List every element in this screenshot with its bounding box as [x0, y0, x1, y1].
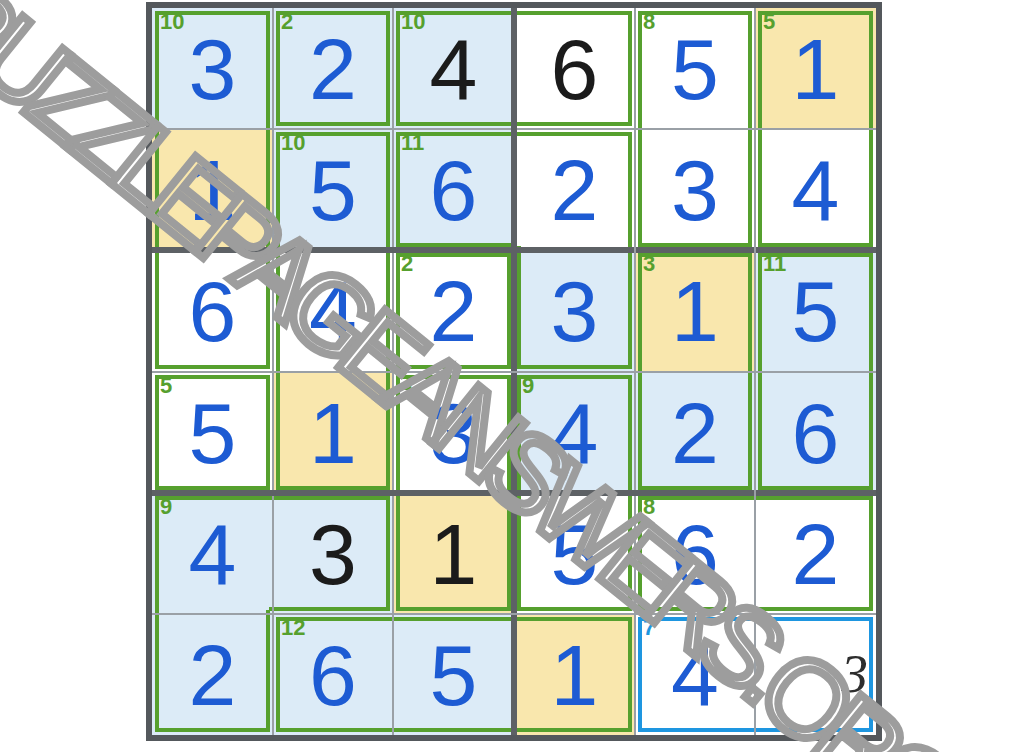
cell-r2c4[interactable]: 2: [514, 129, 635, 250]
cage-border: [276, 617, 397, 732]
cell-r5c6[interactable]: 2: [755, 493, 876, 614]
cage-border: [389, 617, 518, 732]
solved-digit: 4: [152, 493, 273, 614]
cell-r2c3[interactable]: 116: [393, 129, 514, 250]
cage-border: [269, 496, 390, 611]
solved-digit: 1: [755, 8, 876, 129]
cage-border: [396, 11, 518, 126]
active-cage-border: [638, 617, 759, 732]
cage-border: [276, 132, 390, 254]
solved-digit: 5: [152, 372, 273, 493]
solved-digit: 4: [514, 372, 635, 493]
cage-sum-label: 7: [643, 617, 655, 639]
solved-digit: 1: [514, 614, 635, 735]
cage-sum-label: 3: [643, 253, 655, 275]
cell-r6c1[interactable]: 2: [152, 614, 273, 735]
cage-border: [758, 11, 873, 133]
cell-r5c4[interactable]: 5: [514, 493, 635, 614]
active-cage-border: [751, 617, 873, 732]
cell-r6c3[interactable]: 5: [393, 614, 514, 735]
cell-r6c2[interactable]: 126: [273, 614, 393, 735]
cage-border: [396, 375, 511, 497]
cell-r4c3[interactable]: 43: [393, 372, 514, 493]
cell-r3c4[interactable]: 3: [514, 250, 635, 372]
cell-r6c5[interactable]: 74: [635, 614, 755, 735]
cell-r6c4[interactable]: 1: [514, 614, 635, 735]
cage-border: [155, 610, 270, 732]
cell-r2c6[interactable]: 4: [755, 129, 876, 250]
solved-digit: 5: [635, 8, 755, 129]
cage-border: [155, 496, 277, 618]
solved-digit: 2: [393, 250, 514, 372]
cage-sum-label: 10: [160, 11, 184, 33]
cage-border: [276, 368, 390, 490]
cage-sum-label: 2: [281, 11, 293, 33]
solved-digit: 5: [514, 493, 635, 614]
cage-border: [155, 246, 270, 369]
grid-line-horizontal-5: [152, 613, 876, 615]
solved-digit: 6: [273, 614, 393, 735]
cage-border: [758, 368, 873, 490]
cell-r4c2[interactable]: 1: [273, 372, 393, 493]
grid-line-horizontal-4: [152, 490, 876, 496]
cell-r2c1[interactable]: 1: [152, 129, 273, 250]
solved-digit: 3: [393, 372, 514, 493]
cell-r1c4[interactable]: 6: [514, 8, 635, 129]
cage-sum-label: 5: [160, 375, 172, 397]
cage-border: [638, 496, 759, 611]
solved-digit: 5: [273, 129, 393, 250]
solved-digit: 4: [273, 250, 393, 372]
cage-sum-label: 8: [643, 11, 655, 33]
solved-digit: 2: [152, 614, 273, 735]
cell-r1c6[interactable]: 51: [755, 8, 876, 129]
cell-r2c2[interactable]: 105: [273, 129, 393, 250]
cell-r3c2[interactable]: 4: [273, 250, 393, 372]
cell-r4c6[interactable]: 6: [755, 372, 876, 493]
solved-digit: 5: [393, 614, 514, 735]
cage-border: [517, 375, 632, 497]
solved-digit: 6: [393, 129, 514, 250]
grid-line-horizontal-3: [152, 371, 876, 373]
cage-sum-label: 12: [281, 617, 305, 639]
solved-digit: 5: [755, 250, 876, 372]
cage-sum-label: 4: [401, 375, 413, 397]
cell-r4c4[interactable]: 94: [514, 372, 635, 493]
solved-digit: 3: [152, 8, 273, 129]
cell-r5c5[interactable]: 86: [635, 493, 755, 614]
cage-sum-label: 8: [643, 496, 655, 518]
solved-digit: 2: [273, 8, 393, 129]
cell-r3c5[interactable]: 31: [635, 250, 755, 372]
cell-r5c3[interactable]: 1: [393, 493, 514, 614]
cage-border: [751, 496, 873, 611]
solved-digit: 4: [755, 129, 876, 250]
solved-digit: 6: [755, 372, 876, 493]
cell-r3c3[interactable]: 22: [393, 250, 514, 372]
solved-digit: 2: [755, 493, 876, 614]
cage-sum-label: 5: [763, 11, 775, 33]
cage-border: [638, 253, 752, 376]
board-grid: 1032210468551110511623464223311155514394…: [152, 8, 876, 735]
cage-border: [396, 253, 511, 369]
page-root: 1032210468551110511623464223311155514394…: [0, 0, 1024, 752]
given-digit: 4: [393, 8, 514, 129]
solved-digit: 1: [152, 129, 273, 250]
cage-border: [510, 11, 632, 126]
solved-digit: 4: [635, 614, 755, 735]
cell-r1c1[interactable]: 103: [152, 8, 273, 129]
given-digit: 3: [273, 493, 393, 614]
cage-border: [155, 125, 270, 254]
pencil-mark: 3: [841, 642, 868, 704]
cell-r4c1[interactable]: 55: [152, 372, 273, 493]
cell-r5c1[interactable]: 94: [152, 493, 273, 614]
cage-border: [638, 11, 752, 133]
cell-r4c5[interactable]: 2: [635, 372, 755, 493]
cell-r1c3[interactable]: 104: [393, 8, 514, 129]
cage-sum-label: 2: [401, 253, 413, 275]
cage-sum-label: 10: [281, 132, 305, 154]
solved-digit: 6: [635, 493, 755, 614]
solved-digit: 2: [635, 372, 755, 493]
cage-border: [510, 132, 632, 254]
cage-sum-label: 11: [401, 132, 424, 154]
cage-border: [155, 11, 270, 133]
cage-border: [396, 132, 518, 247]
solved-digit: 1: [273, 372, 393, 493]
cage-border: [517, 246, 632, 369]
cage-border: [758, 253, 873, 376]
cage-sum-label: 9: [160, 496, 172, 518]
given-digit: 6: [514, 8, 635, 129]
given-digit: 1: [393, 493, 514, 614]
solved-digit: 2: [514, 129, 635, 250]
cage-border: [155, 375, 270, 490]
cell-r6c6[interactable]: 3: [755, 614, 876, 735]
cage-border: [638, 368, 752, 490]
cage-sum-label: 10: [401, 11, 425, 33]
cell-r1c5[interactable]: 85: [635, 8, 755, 129]
solved-digit: 3: [514, 250, 635, 372]
cell-r3c6[interactable]: 115: [755, 250, 876, 372]
cell-r1c2[interactable]: 22: [273, 8, 393, 129]
killer-sudoku-board: 1032210468551110511623464223311155514394…: [146, 2, 882, 741]
cage-sum-label: 9: [522, 375, 534, 397]
cage-border: [276, 246, 390, 376]
grid-line-vertical-4: [634, 8, 636, 735]
cell-r5c2[interactable]: 3: [273, 493, 393, 614]
grid-line-vertical-5: [754, 8, 756, 735]
cage-border: [276, 11, 390, 126]
cell-r2c5[interactable]: 3: [635, 129, 755, 250]
cage-border: [758, 125, 873, 247]
cell-r3c1[interactable]: 6: [152, 250, 273, 372]
solved-digit: 1: [635, 250, 755, 372]
cage-border: [510, 617, 632, 732]
cage-sum-label: 11: [763, 253, 786, 275]
solved-digit: 6: [152, 250, 273, 372]
solved-digit: 3: [635, 129, 755, 250]
cage-border: [517, 489, 632, 611]
cage-border: [396, 489, 511, 611]
cage-border: [638, 125, 752, 247]
